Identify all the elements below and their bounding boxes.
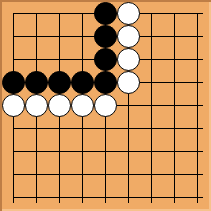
grid-line-horizontal (13, 174, 203, 175)
black-stone[interactable] (2, 71, 25, 94)
white-stone[interactable] (117, 25, 140, 48)
black-stone[interactable] (94, 48, 117, 71)
white-stone[interactable] (71, 94, 94, 117)
grid-line-horizontal (13, 197, 203, 198)
black-stone[interactable] (94, 25, 117, 48)
white-stone[interactable] (48, 94, 71, 117)
black-stone[interactable] (94, 2, 117, 25)
grid-line-vertical (197, 13, 198, 203)
black-stone[interactable] (25, 71, 48, 94)
black-stone[interactable] (94, 71, 117, 94)
black-stone[interactable] (48, 71, 71, 94)
white-stone[interactable] (2, 94, 25, 117)
white-stone[interactable] (117, 71, 140, 94)
white-stone[interactable] (117, 48, 140, 71)
white-stone[interactable] (94, 94, 117, 117)
white-stone[interactable] (117, 2, 140, 25)
go-board[interactable] (0, 0, 211, 211)
black-stone[interactable] (71, 71, 94, 94)
white-stone[interactable] (25, 94, 48, 117)
